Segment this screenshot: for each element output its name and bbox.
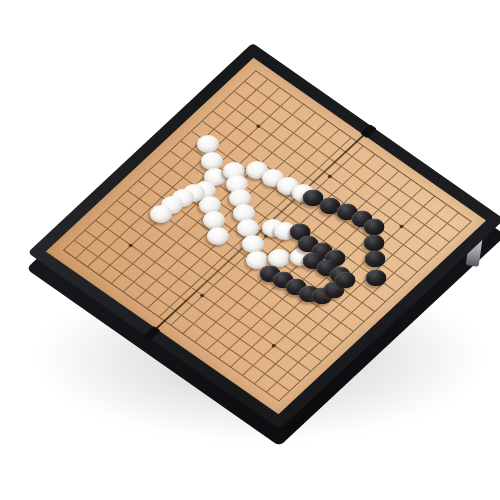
product-photo-scene (0, 0, 500, 500)
